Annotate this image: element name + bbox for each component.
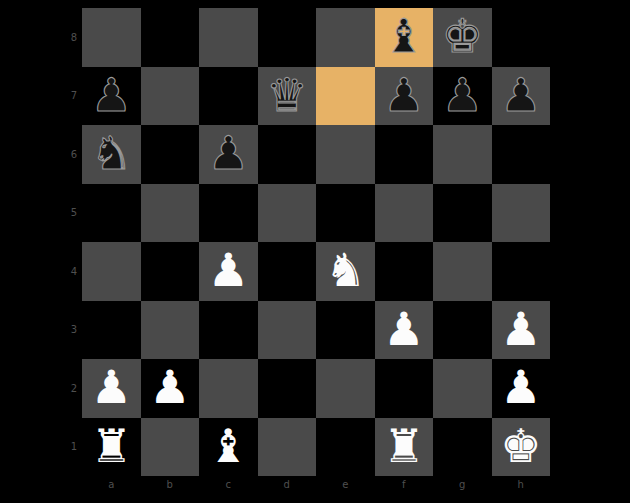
square-a1[interactable]: ♜ [82, 418, 141, 477]
square-d4[interactable] [258, 242, 317, 301]
piece-white-pawn[interactable]: ♟ [500, 364, 541, 410]
square-h7[interactable]: ♟ [492, 67, 551, 126]
chess-board[interactable]: ♝♚♟♛♟♟♟♞♟♟♞♟♟♟♟♟♜♝♜♚ [82, 8, 550, 476]
rank-labels: 87654321 [0, 8, 77, 476]
square-c1[interactable]: ♝ [199, 418, 258, 477]
square-e4[interactable]: ♞ [316, 242, 375, 301]
piece-white-pawn[interactable]: ♟ [500, 306, 541, 352]
square-f6[interactable] [375, 125, 434, 184]
square-b3[interactable] [141, 301, 200, 360]
file-label-g: g [433, 476, 492, 496]
square-h5[interactable] [492, 184, 551, 243]
square-d8[interactable] [258, 8, 317, 67]
square-a3[interactable] [82, 301, 141, 360]
rank-label-7: 7 [0, 67, 77, 126]
file-label-h: h [492, 476, 551, 496]
piece-black-bishop[interactable]: ♝ [383, 13, 424, 59]
file-label-d: d [258, 476, 317, 496]
square-c8[interactable] [199, 8, 258, 67]
square-f3[interactable]: ♟ [375, 301, 434, 360]
square-e8[interactable] [316, 8, 375, 67]
square-h3[interactable]: ♟ [492, 301, 551, 360]
square-c7[interactable] [199, 67, 258, 126]
square-f1[interactable]: ♜ [375, 418, 434, 477]
square-g8[interactable]: ♚ [433, 8, 492, 67]
rank-label-1: 1 [0, 418, 77, 477]
square-f5[interactable] [375, 184, 434, 243]
rank-label-6: 6 [0, 125, 77, 184]
square-h4[interactable] [492, 242, 551, 301]
piece-black-knight[interactable]: ♞ [91, 130, 132, 176]
piece-white-pawn[interactable]: ♟ [91, 364, 132, 410]
square-g6[interactable] [433, 125, 492, 184]
square-c2[interactable] [199, 359, 258, 418]
rank-label-4: 4 [0, 242, 77, 301]
square-g7[interactable]: ♟ [433, 67, 492, 126]
square-g3[interactable] [433, 301, 492, 360]
square-e1[interactable] [316, 418, 375, 477]
square-b2[interactable]: ♟ [141, 359, 200, 418]
square-f2[interactable] [375, 359, 434, 418]
piece-black-pawn[interactable]: ♟ [383, 72, 424, 118]
square-g4[interactable] [433, 242, 492, 301]
square-c4[interactable]: ♟ [199, 242, 258, 301]
square-a8[interactable] [82, 8, 141, 67]
square-g2[interactable] [433, 359, 492, 418]
square-e6[interactable] [316, 125, 375, 184]
piece-white-bishop[interactable]: ♝ [208, 423, 249, 469]
square-b8[interactable] [141, 8, 200, 67]
square-b6[interactable] [141, 125, 200, 184]
square-e2[interactable] [316, 359, 375, 418]
rank-label-2: 2 [0, 359, 77, 418]
file-labels: abcdefgh [82, 476, 550, 496]
square-a5[interactable] [82, 184, 141, 243]
file-label-c: c [199, 476, 258, 496]
square-a2[interactable]: ♟ [82, 359, 141, 418]
square-h8[interactable] [492, 8, 551, 67]
rank-label-8: 8 [0, 8, 77, 67]
square-b7[interactable] [141, 67, 200, 126]
square-e7[interactable] [316, 67, 375, 126]
square-d2[interactable] [258, 359, 317, 418]
square-b5[interactable] [141, 184, 200, 243]
square-c6[interactable]: ♟ [199, 125, 258, 184]
rank-label-3: 3 [0, 301, 77, 360]
square-a7[interactable]: ♟ [82, 67, 141, 126]
file-label-b: b [141, 476, 200, 496]
square-h1[interactable]: ♚ [492, 418, 551, 477]
file-label-f: f [375, 476, 434, 496]
piece-black-king[interactable]: ♚ [442, 13, 483, 59]
chess-app: 87654321 ♝♚♟♛♟♟♟♞♟♟♞♟♟♟♟♟♜♝♜♚ abcdefgh [0, 0, 630, 503]
square-d3[interactable] [258, 301, 317, 360]
square-h2[interactable]: ♟ [492, 359, 551, 418]
square-d5[interactable] [258, 184, 317, 243]
piece-white-pawn[interactable]: ♟ [383, 306, 424, 352]
square-b4[interactable] [141, 242, 200, 301]
file-label-e: e [316, 476, 375, 496]
square-d1[interactable] [258, 418, 317, 477]
square-b1[interactable] [141, 418, 200, 477]
square-h6[interactable] [492, 125, 551, 184]
piece-black-queen[interactable]: ♛ [266, 72, 307, 118]
square-e5[interactable] [316, 184, 375, 243]
square-e3[interactable] [316, 301, 375, 360]
piece-black-pawn[interactable]: ♟ [442, 72, 483, 118]
square-f7[interactable]: ♟ [375, 67, 434, 126]
rank-label-5: 5 [0, 184, 77, 243]
square-a6[interactable]: ♞ [82, 125, 141, 184]
piece-black-pawn[interactable]: ♟ [500, 72, 541, 118]
piece-black-pawn[interactable]: ♟ [91, 72, 132, 118]
piece-white-rook[interactable]: ♜ [383, 423, 424, 469]
square-a4[interactable] [82, 242, 141, 301]
square-c3[interactable] [199, 301, 258, 360]
square-c5[interactable] [199, 184, 258, 243]
square-g5[interactable] [433, 184, 492, 243]
square-d6[interactable] [258, 125, 317, 184]
square-f8[interactable]: ♝ [375, 8, 434, 67]
piece-white-king[interactable]: ♚ [500, 423, 541, 469]
square-g1[interactable] [433, 418, 492, 477]
piece-white-knight[interactable]: ♞ [325, 247, 366, 293]
piece-white-pawn[interactable]: ♟ [149, 364, 190, 410]
square-f4[interactable] [375, 242, 434, 301]
piece-black-pawn[interactable]: ♟ [208, 130, 249, 176]
file-label-a: a [82, 476, 141, 496]
square-d7[interactable]: ♛ [258, 67, 317, 126]
piece-white-rook[interactable]: ♜ [91, 423, 132, 469]
piece-white-pawn[interactable]: ♟ [208, 247, 249, 293]
